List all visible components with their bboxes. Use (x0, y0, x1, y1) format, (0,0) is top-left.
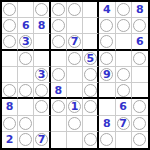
cell-r6c8[interactable] (116, 83, 132, 99)
odd-marker-circle (19, 117, 32, 130)
cell-r5c8[interactable] (116, 67, 132, 83)
given-digit: 6 (119, 101, 127, 112)
odd-marker-circle (100, 52, 113, 65)
cell-r1c3[interactable] (34, 2, 50, 18)
odd-marker-circle (84, 84, 97, 97)
cell-r3c9[interactable]: 6 (132, 34, 148, 50)
odd-marker-circle (52, 3, 65, 16)
cell-r3c8[interactable] (116, 34, 132, 50)
odd-marker-circle (19, 84, 32, 97)
odd-marker-circle (84, 100, 97, 113)
cell-r5c5[interactable] (67, 67, 83, 83)
given-digit: 8 (136, 4, 144, 15)
given-digit: 5 (86, 53, 94, 64)
cell-r5c4[interactable] (51, 67, 67, 83)
given-digit: 8 (38, 20, 46, 31)
cell-r9c7[interactable] (99, 132, 115, 148)
odd-marker-circle (117, 3, 130, 16)
cell-r4c3[interactable] (34, 51, 50, 67)
cell-r4c4[interactable] (51, 51, 67, 67)
cell-r6c3[interactable] (34, 83, 50, 99)
cell-r7c8[interactable]: 6 (116, 99, 132, 115)
given-digit: 8 (54, 85, 62, 96)
cell-r6c9[interactable] (132, 83, 148, 99)
cell-r9c8[interactable] (116, 132, 132, 148)
cell-r5c9[interactable] (132, 67, 148, 83)
odd-marker-circle (52, 35, 65, 48)
cell-r2c9[interactable] (132, 18, 148, 34)
cell-r1c9[interactable]: 8 (132, 2, 148, 18)
given-digit: 7 (71, 36, 79, 47)
cell-r3c3[interactable] (34, 34, 50, 50)
cell-r6c6[interactable] (83, 83, 99, 99)
cell-r6c7[interactable] (99, 83, 115, 99)
cell-r1c5[interactable] (67, 2, 83, 18)
odd-marker-circle (84, 133, 97, 146)
cell-r5c2[interactable] (18, 67, 34, 83)
cell-r6c4[interactable]: 8 (51, 83, 67, 99)
cell-r2c3[interactable]: 8 (34, 18, 50, 34)
cell-r9c6[interactable] (83, 132, 99, 148)
cell-r9c9[interactable] (132, 132, 148, 148)
given-digit: 3 (22, 36, 30, 47)
cell-r8c6[interactable] (83, 116, 99, 132)
cell-r2c6[interactable] (83, 18, 99, 34)
odd-marker-circle (100, 35, 113, 48)
cell-r8c3[interactable] (34, 116, 50, 132)
cell-r6c1[interactable] (2, 83, 18, 99)
cell-r8c8[interactable]: 7 (116, 116, 132, 132)
odd-marker-circle (19, 133, 32, 146)
given-digit: 8 (103, 118, 111, 129)
cell-r3c6[interactable] (83, 34, 99, 50)
odd-marker-circle (3, 3, 16, 16)
cell-r2c7[interactable] (99, 18, 115, 34)
sudoku-board: 486837653988168727 (0, 0, 150, 150)
odd-marker-circle: 7 (68, 35, 81, 48)
odd-marker-circle (3, 35, 16, 48)
odd-marker-circle: 3 (19, 35, 32, 48)
cell-r8c1[interactable] (2, 116, 18, 132)
cell-r1c2[interactable] (18, 2, 34, 18)
odd-marker-circle (117, 19, 130, 32)
odd-marker-circle (133, 19, 146, 32)
odd-marker-circle (84, 68, 97, 81)
given-digit: 2 (6, 134, 14, 145)
cell-r1c8[interactable] (116, 2, 132, 18)
odd-marker-circle: 5 (84, 52, 97, 65)
cell-r6c2[interactable] (18, 83, 34, 99)
odd-marker-circle (35, 84, 48, 97)
odd-marker-circle (3, 84, 16, 97)
odd-marker-circle (133, 117, 146, 130)
odd-marker-circle (68, 52, 81, 65)
cell-r6c5[interactable] (67, 83, 83, 99)
given-digit: 3 (38, 69, 46, 80)
cell-r9c5[interactable] (67, 132, 83, 148)
odd-marker-circle: 3 (35, 68, 48, 81)
cell-r4c9[interactable] (132, 51, 148, 67)
given-digit: 8 (6, 101, 14, 112)
given-digit: 6 (22, 20, 30, 31)
odd-marker-circle (100, 19, 113, 32)
odd-marker-circle: 1 (68, 100, 81, 113)
cell-r2c2[interactable]: 6 (18, 18, 34, 34)
cell-r9c1[interactable]: 2 (2, 132, 18, 148)
cell-r2c4[interactable] (51, 18, 67, 34)
cell-r7c4[interactable] (51, 99, 67, 115)
cell-r8c9[interactable] (132, 116, 148, 132)
odd-marker-circle (68, 117, 81, 130)
cell-r4c5[interactable] (67, 51, 83, 67)
odd-marker-circle (133, 133, 146, 146)
cell-r2c5[interactable] (67, 18, 83, 34)
cell-r7c5[interactable]: 1 (67, 99, 83, 115)
cell-r2c1[interactable] (2, 18, 18, 34)
cell-r5c1[interactable] (2, 67, 18, 83)
cell-r5c6[interactable] (83, 67, 99, 83)
cell-r3c1[interactable] (2, 34, 18, 50)
given-digit: 1 (71, 101, 79, 112)
cell-r3c5[interactable]: 7 (67, 34, 83, 50)
cell-r7c9[interactable] (132, 99, 148, 115)
cell-r4c6[interactable]: 5 (83, 51, 99, 67)
odd-marker-circle (68, 3, 81, 16)
cell-r3c7[interactable] (99, 34, 115, 50)
cell-r9c3[interactable]: 7 (34, 132, 50, 148)
cell-r1c7[interactable]: 4 (99, 2, 115, 18)
given-digit: 7 (38, 134, 46, 145)
odd-marker-circle: 7 (35, 133, 48, 146)
cell-r9c4[interactable] (51, 132, 67, 148)
odd-marker-circle (117, 68, 130, 81)
odd-marker-circle (19, 52, 32, 65)
odd-marker-circle (35, 100, 48, 113)
cell-r8c2[interactable] (18, 116, 34, 132)
cell-r4c1[interactable] (2, 51, 18, 67)
odd-marker-circle: 7 (117, 117, 130, 130)
odd-marker-circle (52, 100, 65, 113)
odd-marker-circle (133, 52, 146, 65)
cell-r4c7[interactable] (99, 51, 115, 67)
cell-r1c1[interactable] (2, 2, 18, 18)
odd-marker-circle (3, 117, 16, 130)
odd-marker-circle (3, 19, 16, 32)
odd-marker-circle: 9 (100, 68, 113, 81)
odd-marker-circle (117, 84, 130, 97)
cell-r7c2[interactable] (18, 99, 34, 115)
odd-marker-circle (52, 68, 65, 81)
cell-r3c2[interactable]: 3 (18, 34, 34, 50)
cell-r7c7[interactable] (99, 99, 115, 115)
cell-r7c1[interactable]: 8 (2, 99, 18, 115)
cell-r3c4[interactable] (51, 34, 67, 50)
odd-marker-circle (52, 19, 65, 32)
cell-r8c7[interactable]: 8 (99, 116, 115, 132)
odd-marker-circle (133, 100, 146, 113)
cell-r7c6[interactable] (83, 99, 99, 115)
odd-marker-circle (35, 3, 48, 16)
cell-r5c7[interactable]: 9 (99, 67, 115, 83)
cell-r4c8[interactable] (116, 51, 132, 67)
cell-r1c6[interactable] (83, 2, 99, 18)
cell-r8c5[interactable] (67, 116, 83, 132)
cell-r8c4[interactable] (51, 116, 67, 132)
given-digit: 7 (119, 118, 127, 129)
cell-r5c3[interactable]: 3 (34, 67, 50, 83)
cell-r9c2[interactable] (18, 132, 34, 148)
cell-r4c2[interactable] (18, 51, 34, 67)
given-digit: 6 (136, 36, 144, 47)
given-digit: 4 (103, 4, 111, 15)
cell-r1c4[interactable] (51, 2, 67, 18)
odd-marker-circle (100, 133, 113, 146)
cell-r7c3[interactable] (34, 99, 50, 115)
given-digit: 9 (103, 69, 111, 80)
cell-r2c8[interactable] (116, 18, 132, 34)
